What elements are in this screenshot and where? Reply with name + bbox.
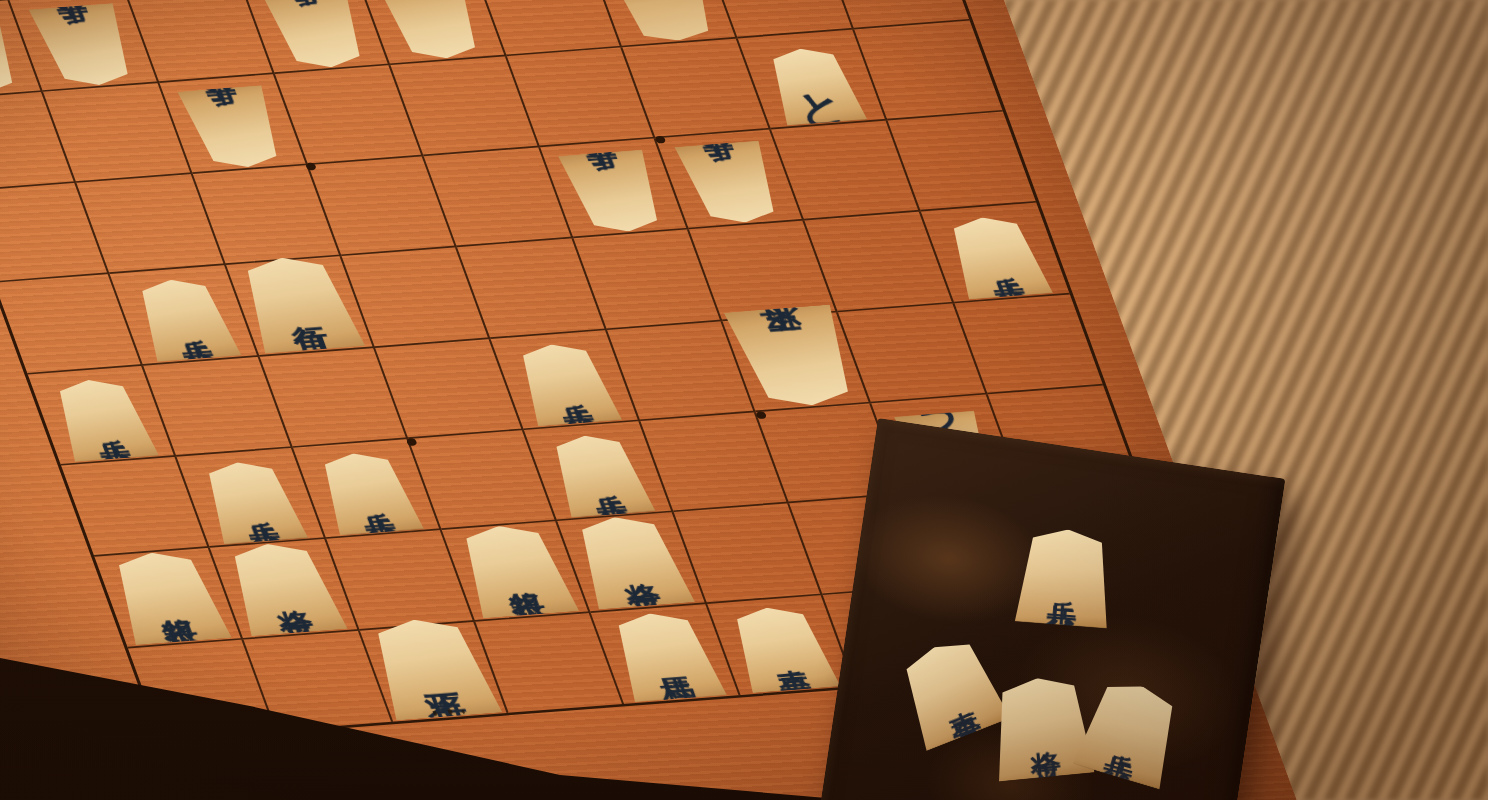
shogi-piece[interactable]: 銀将 [102,549,234,645]
piece-kanji: 歩兵 [69,42,99,44]
shogi-piece[interactable]: 金将 [565,513,697,609]
piece-kanji: 歩兵 [715,180,745,182]
captured-piece[interactable]: 歩兵 [1013,526,1116,629]
piece-kanji: 歩兵 [552,385,582,387]
piece-kanji: 歩兵 [218,124,248,126]
shogi-piece[interactable]: 歩兵 [258,0,374,70]
piece-kanji: 歩兵 [238,503,268,505]
piece-kanji: 金将 [1027,728,1057,731]
piece-kanji: 歩兵 [300,24,330,26]
piece-kanji: 歩兵 [599,189,629,191]
shogi-piece[interactable]: と [759,46,869,126]
shogi-piece[interactable]: 歩兵 [45,377,161,462]
shogi-piece[interactable]: 香車 [721,604,843,693]
piece-kanji: 歩兵 [88,421,118,423]
shogi-piece[interactable]: 歩兵 [27,3,143,88]
piece-kanji: 歩兵 [171,321,201,323]
piece-kanji: 銀将 [152,598,185,601]
shogi-piece[interactable]: 歩兵 [938,214,1054,299]
shogi-piece[interactable]: 歩兵 [508,341,624,426]
shogi-piece[interactable]: 歩兵 [194,459,310,544]
piece-kanji: 歩兵 [982,258,1012,260]
piece-kanji: 金将 [268,589,301,592]
piece-kanji: と [783,66,846,111]
piece-kanji: 角行 [282,305,316,308]
piece-kanji: 歩兵 [585,476,615,478]
piece-kanji: 金将 [615,563,648,566]
shogi-piece[interactable]: 歩兵 [127,276,243,361]
piece-kanji: 歩兵 [1114,730,1143,739]
shogi-piece[interactable]: 金将 [217,540,349,636]
piece-kanji: 香車 [767,650,798,652]
shogi-piece[interactable]: 歩兵 [557,150,673,235]
komadai: 歩兵香車金将歩兵 [814,418,1285,800]
piece-kanji: 歩兵 [353,494,383,496]
piece-kanji: 銀将 [499,572,532,575]
piece-kanji: 歩兵 [416,15,446,17]
photo-scene: { "game": "shogi", "scene_description": … [0,0,1488,800]
shogi-piece[interactable]: 桂馬 [602,610,729,703]
shogi-piece[interactable]: 歩兵 [176,85,292,170]
piece-kanji: 桂馬 [650,657,682,659]
piece-kanji: 歩兵 [1049,578,1079,580]
shogi-piece[interactable]: 歩兵 [672,141,788,226]
piece-kanji: 王将 [413,669,451,672]
shogi-piece[interactable]: 銀将 [449,522,581,618]
piece-kanji: 玉将 [774,353,812,356]
shogi-piece[interactable]: 歩兵 [541,432,657,517]
shogi-piece-unidentified[interactable] [609,0,722,44]
piece-kanji: 香車 [938,688,966,699]
captured-piece[interactable]: 香車 [891,630,1013,752]
king-maker-signature [420,705,475,720]
shogi-piece[interactable]: 歩兵 [374,0,490,61]
shogi-piece[interactable]: 歩兵 [310,450,426,535]
